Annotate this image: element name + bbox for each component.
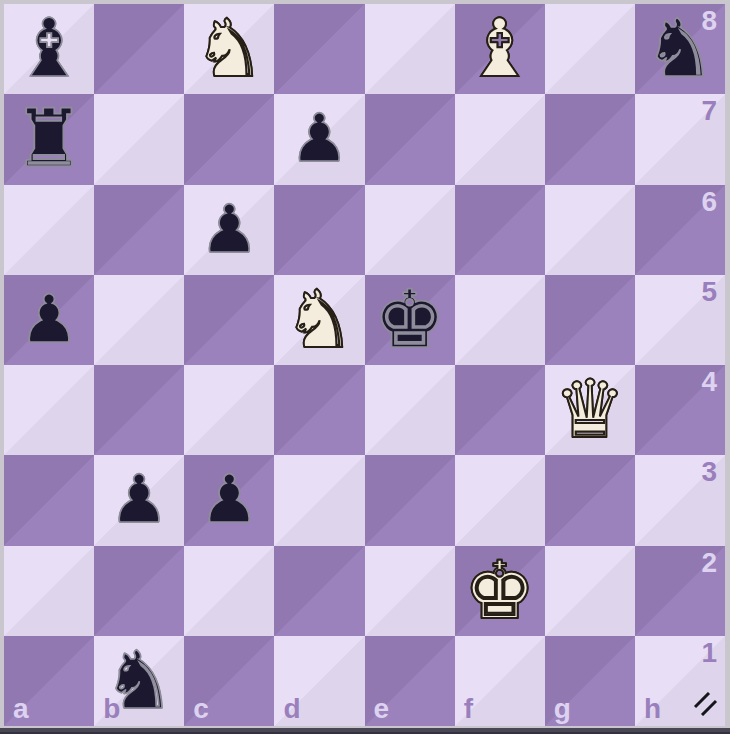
square-h3[interactable]: 3: [635, 455, 725, 545]
square-e1[interactable]: e: [365, 636, 455, 726]
square-b5[interactable]: [94, 275, 184, 365]
square-e4[interactable]: [365, 365, 455, 455]
rank-label-1: 1: [701, 639, 717, 667]
file-label-g: g: [554, 695, 571, 723]
black-pawn-piece[interactable]: ♟: [200, 467, 259, 533]
square-c4[interactable]: [184, 365, 274, 455]
square-f5[interactable]: [455, 275, 545, 365]
square-f6[interactable]: [455, 185, 545, 275]
square-e6[interactable]: [365, 185, 455, 275]
black-pawn-piece[interactable]: ♟: [19, 287, 78, 353]
black-knight-piece[interactable]: ♞: [644, 9, 716, 89]
square-b2[interactable]: [94, 546, 184, 636]
square-g6[interactable]: [545, 185, 635, 275]
file-label-c: c: [193, 695, 209, 723]
square-g2[interactable]: [545, 546, 635, 636]
square-f7[interactable]: [455, 94, 545, 184]
square-e7[interactable]: [365, 94, 455, 184]
square-d5[interactable]: ♞: [274, 275, 364, 365]
white-queen-piece[interactable]: ♛: [554, 370, 626, 450]
square-g1[interactable]: g: [545, 636, 635, 726]
square-a2[interactable]: [4, 546, 94, 636]
square-h2[interactable]: 2: [635, 546, 725, 636]
square-h6[interactable]: 6: [635, 185, 725, 275]
white-knight-piece[interactable]: ♞: [284, 280, 356, 360]
square-h7[interactable]: 7: [635, 94, 725, 184]
square-b4[interactable]: [94, 365, 184, 455]
square-d7[interactable]: ♟: [274, 94, 364, 184]
square-d1[interactable]: d: [274, 636, 364, 726]
square-a6[interactable]: [4, 185, 94, 275]
square-f2[interactable]: ♚: [455, 546, 545, 636]
rank-label-2: 2: [701, 549, 717, 577]
black-knight-piece[interactable]: ♞: [103, 641, 175, 721]
chess-board: ♝♞♝♞8♜♟7♟6♟♞♚5♛4♟♟3♚2a♞bcdefgh1: [4, 4, 725, 726]
square-c5[interactable]: [184, 275, 274, 365]
square-d2[interactable]: [274, 546, 364, 636]
rank-label-7: 7: [701, 97, 717, 125]
square-g4[interactable]: ♛: [545, 365, 635, 455]
square-a8[interactable]: ♝: [4, 4, 94, 94]
rank-label-3: 3: [701, 458, 717, 486]
black-pawn-piece[interactable]: ♟: [290, 106, 349, 172]
file-label-h: h: [644, 695, 661, 723]
square-e2[interactable]: [365, 546, 455, 636]
file-label-e: e: [374, 695, 390, 723]
square-h5[interactable]: 5: [635, 275, 725, 365]
black-rook-piece[interactable]: ♜: [13, 99, 85, 179]
square-d3[interactable]: [274, 455, 364, 545]
white-bishop-piece[interactable]: ♝: [464, 9, 536, 89]
square-a5[interactable]: ♟: [4, 275, 94, 365]
square-c6[interactable]: ♟: [184, 185, 274, 275]
square-a4[interactable]: [4, 365, 94, 455]
square-c2[interactable]: [184, 546, 274, 636]
square-f4[interactable]: [455, 365, 545, 455]
rank-label-4: 4: [701, 368, 717, 396]
square-a1[interactable]: a: [4, 636, 94, 726]
square-a7[interactable]: ♜: [4, 94, 94, 184]
resize-handle-icon[interactable]: [692, 692, 719, 720]
square-b8[interactable]: [94, 4, 184, 94]
square-b7[interactable]: [94, 94, 184, 184]
rank-label-6: 6: [701, 188, 717, 216]
black-bishop-piece[interactable]: ♝: [13, 9, 85, 89]
square-c3[interactable]: ♟: [184, 455, 274, 545]
square-g5[interactable]: [545, 275, 635, 365]
file-label-f: f: [464, 695, 473, 723]
square-d8[interactable]: [274, 4, 364, 94]
square-h4[interactable]: 4: [635, 365, 725, 455]
board-bottom-edge: [0, 726, 730, 734]
black-pawn-piece[interactable]: ♟: [110, 467, 169, 533]
square-h1[interactable]: h1: [635, 636, 725, 726]
square-e8[interactable]: [365, 4, 455, 94]
white-king-piece[interactable]: ♚: [464, 551, 536, 631]
black-king-piece[interactable]: ♚: [374, 280, 446, 360]
square-c7[interactable]: [184, 94, 274, 184]
square-e5[interactable]: ♚: [365, 275, 455, 365]
rank-label-5: 5: [701, 278, 717, 306]
square-b3[interactable]: ♟: [94, 455, 184, 545]
square-f8[interactable]: ♝: [455, 4, 545, 94]
square-a3[interactable]: [4, 455, 94, 545]
square-g7[interactable]: [545, 94, 635, 184]
file-label-d: d: [283, 695, 300, 723]
chess-board-frame: ♝♞♝♞8♜♟7♟6♟♞♚5♛4♟♟3♚2a♞bcdefgh1: [0, 0, 730, 734]
square-g3[interactable]: [545, 455, 635, 545]
square-e3[interactable]: [365, 455, 455, 545]
square-c1[interactable]: c: [184, 636, 274, 726]
square-f3[interactable]: [455, 455, 545, 545]
square-d4[interactable]: [274, 365, 364, 455]
white-knight-piece[interactable]: ♞: [193, 9, 265, 89]
square-b6[interactable]: [94, 185, 184, 275]
file-label-a: a: [13, 695, 29, 723]
square-c8[interactable]: ♞: [184, 4, 274, 94]
square-b1[interactable]: ♞b: [94, 636, 184, 726]
square-d6[interactable]: [274, 185, 364, 275]
square-g8[interactable]: [545, 4, 635, 94]
black-pawn-piece[interactable]: ♟: [200, 197, 259, 263]
square-f1[interactable]: f: [455, 636, 545, 726]
square-h8[interactable]: ♞8: [635, 4, 725, 94]
